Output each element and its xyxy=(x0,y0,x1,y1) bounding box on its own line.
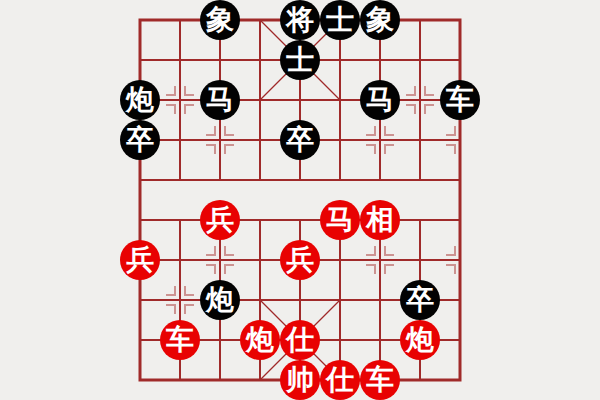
piece-black-soldier[interactable]: 卒 xyxy=(120,120,160,160)
piece-black-elephant[interactable]: 象 xyxy=(360,0,400,40)
piece-red-soldier[interactable]: 兵 xyxy=(120,240,160,280)
piece-black-soldier[interactable]: 卒 xyxy=(280,120,320,160)
piece-red-soldier[interactable]: 兵 xyxy=(200,200,240,240)
piece-black-chariot[interactable]: 车 xyxy=(440,80,480,120)
piece-black-cannon[interactable]: 炮 xyxy=(120,80,160,120)
piece-black-horse[interactable]: 马 xyxy=(200,80,240,120)
app-background: 象将士象士炮马马车卒卒炮卒兵马相兵兵车炮仕炮帅仕车 xyxy=(0,0,600,400)
piece-black-advisor[interactable]: 士 xyxy=(280,40,320,80)
piece-red-cannon[interactable]: 炮 xyxy=(400,320,440,360)
piece-red-chariot[interactable]: 车 xyxy=(360,360,400,400)
xiangqi-board: 象将士象士炮马马车卒卒炮卒兵马相兵兵车炮仕炮帅仕车 xyxy=(120,0,480,400)
piece-black-elephant[interactable]: 象 xyxy=(200,0,240,40)
piece-black-soldier[interactable]: 卒 xyxy=(400,280,440,320)
piece-black-general[interactable]: 将 xyxy=(280,0,320,40)
piece-black-advisor[interactable]: 士 xyxy=(320,0,360,40)
piece-red-soldier[interactable]: 兵 xyxy=(280,240,320,280)
piece-red-chariot[interactable]: 车 xyxy=(160,320,200,360)
piece-black-horse[interactable]: 马 xyxy=(360,80,400,120)
piece-red-advisor[interactable]: 仕 xyxy=(280,320,320,360)
piece-black-cannon[interactable]: 炮 xyxy=(200,280,240,320)
piece-red-cannon[interactable]: 炮 xyxy=(240,320,280,360)
piece-red-horse[interactable]: 马 xyxy=(320,200,360,240)
piece-red-elephant[interactable]: 相 xyxy=(360,200,400,240)
piece-red-general[interactable]: 帅 xyxy=(280,360,320,400)
piece-red-advisor[interactable]: 仕 xyxy=(320,360,360,400)
